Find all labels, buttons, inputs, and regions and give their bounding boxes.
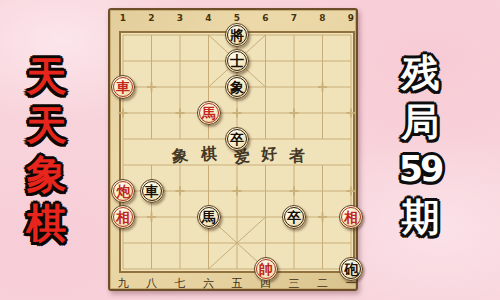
- piece-red-chariot[interactable]: 車: [111, 75, 135, 99]
- piece-glyph: 馬: [202, 210, 216, 224]
- piece-black-general[interactable]: 將: [225, 23, 249, 47]
- left-title-app-name: 天 天 象 棋: [14, 56, 78, 243]
- piece-glyph: 炮: [116, 184, 130, 198]
- piece-red-cannon[interactable]: 炮: [111, 179, 135, 203]
- title-char: 局: [402, 103, 439, 141]
- xiangqi-puzzle-banner: 天 天 象 棋 残 局 59 期: [0, 0, 500, 300]
- piece-black-soldier-center[interactable]: 卒: [225, 127, 249, 151]
- piece-black-chariot[interactable]: 車: [140, 179, 164, 203]
- right-title-puzzle-number: 残 局 59 期: [388, 54, 452, 236]
- piece-red-elephant-right[interactable]: 相: [339, 205, 363, 229]
- piece-black-elephant[interactable]: 象: [225, 75, 249, 99]
- piece-glyph: 象: [230, 80, 244, 94]
- pieces-layer: 將士車象馬卒炮車相馬卒相帥砲: [109, 22, 366, 282]
- piece-black-soldier-right[interactable]: 卒: [282, 205, 306, 229]
- piece-black-cannon[interactable]: 砲: [339, 257, 363, 281]
- title-char: 象: [27, 154, 66, 194]
- piece-black-advisor[interactable]: 士: [225, 49, 249, 73]
- piece-glyph: 相: [344, 210, 358, 224]
- title-char: 棋: [27, 203, 66, 243]
- piece-glyph: 卒: [230, 132, 244, 146]
- piece-glyph: 卒: [287, 210, 301, 224]
- piece-glyph: 馬: [202, 106, 216, 120]
- piece-glyph: 車: [116, 80, 130, 94]
- title-char: 天: [27, 105, 66, 145]
- piece-black-horse[interactable]: 馬: [197, 205, 221, 229]
- piece-glyph: 砲: [344, 262, 358, 276]
- title-char: 残: [402, 54, 439, 92]
- piece-glyph: 士: [230, 54, 244, 68]
- piece-red-elephant-left[interactable]: 相: [111, 205, 135, 229]
- piece-glyph: 車: [145, 184, 159, 198]
- xiangqi-board[interactable]: 象 棋 爱 好 者 123456789九八七六五四三二一 將士車象馬卒炮車相馬卒…: [108, 8, 358, 291]
- piece-glyph: 帥: [259, 262, 273, 276]
- title-char: 天: [27, 56, 66, 96]
- piece-glyph: 相: [116, 210, 130, 224]
- puzzle-number: 59: [399, 152, 442, 187]
- piece-red-general[interactable]: 帥: [254, 257, 278, 281]
- piece-glyph: 將: [230, 28, 244, 42]
- title-char: 期: [402, 198, 439, 236]
- piece-red-horse[interactable]: 馬: [197, 101, 221, 125]
